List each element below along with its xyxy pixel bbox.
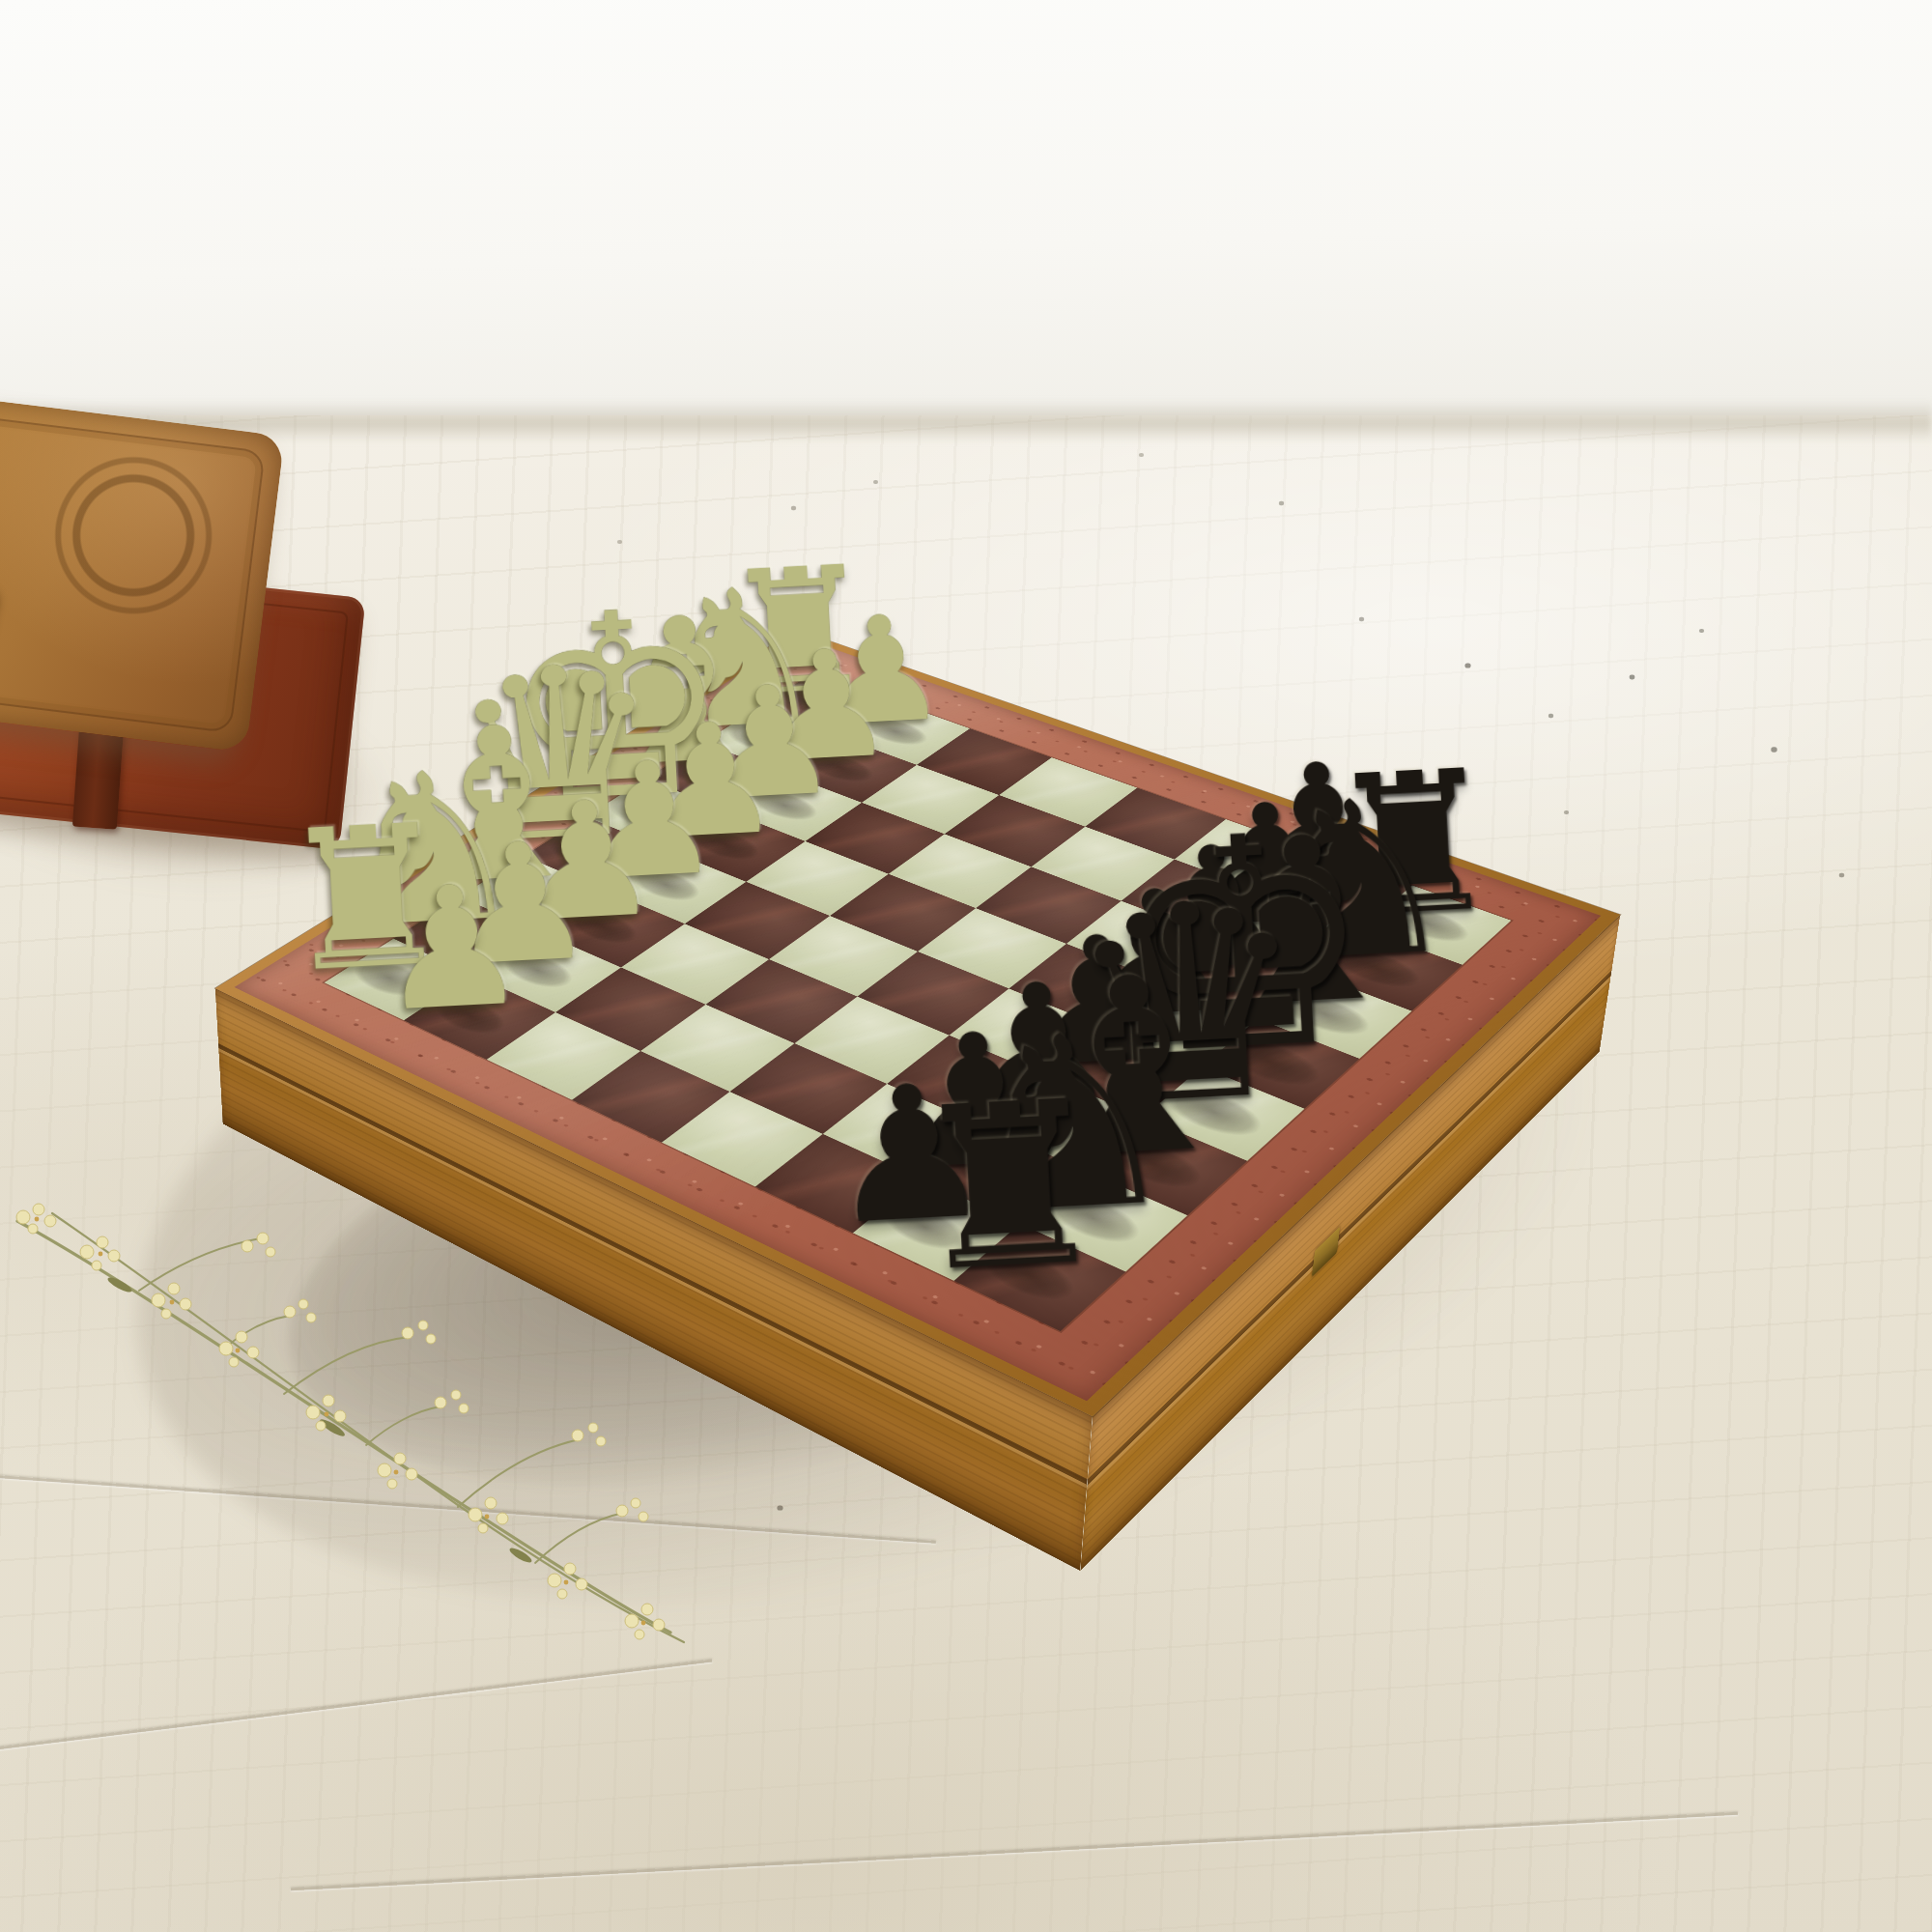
- piece-black-rook-a8[interactable]: ♜: [811, 1065, 1206, 1309]
- scene-tilt: ♜♞♝♛♚♝♞♜♟♟♟♟♟♟♟♟♟♟♟♟♟♟♟♟♜♞♝♛♚♝♞♜: [0, 0, 1932, 1932]
- product-photo: ♜♞♝♛♚♝♞♜♟♟♟♟♟♟♟♟♟♟♟♟♟♟♟♟♜♞♝♛♚♝♞♜: [0, 0, 1932, 1932]
- table-specks: [0, 0, 3, 2]
- chess-box: ♜♞♝♛♚♝♞♜♟♟♟♟♟♟♟♟♟♟♟♟♟♟♟♟♜♞♝♛♚♝♞♜: [215, 630, 1621, 1417]
- box-hinge: [1312, 1227, 1340, 1277]
- piece-white-pawn-a2[interactable]: ♟: [280, 856, 625, 1039]
